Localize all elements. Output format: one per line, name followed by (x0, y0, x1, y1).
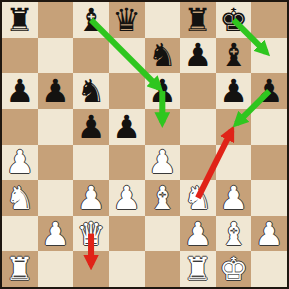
square-c4[interactable] (73, 145, 109, 181)
square-g4[interactable] (216, 145, 252, 181)
piece-white-bishop-g2[interactable]: ♝ (216, 216, 252, 252)
square-g7[interactable]: ♝ (216, 38, 252, 74)
square-d2[interactable] (109, 216, 145, 252)
square-a6[interactable]: ♟ (2, 73, 38, 109)
piece-white-pawn-d3[interactable]: ♟ (109, 180, 145, 216)
piece-white-bishop-e3[interactable]: ♝ (145, 180, 181, 216)
piece-black-bishop-g7[interactable]: ♝ (216, 38, 252, 74)
square-c6[interactable]: ♞ (73, 73, 109, 109)
piece-black-king-g8[interactable]: ♚ (216, 2, 252, 38)
square-f5[interactable] (180, 109, 216, 145)
piece-white-pawn-b2[interactable]: ♟ (38, 216, 74, 252)
piece-white-knight-a3[interactable]: ♞ (2, 180, 38, 216)
square-d5[interactable]: ♟ (109, 109, 145, 145)
square-e6[interactable]: ♟ (145, 73, 181, 109)
square-e3[interactable]: ♝ (145, 180, 181, 216)
piece-white-pawn-c3[interactable]: ♟ (73, 180, 109, 216)
piece-black-pawn-f7[interactable]: ♟ (180, 38, 216, 74)
square-f1[interactable]: ♜ (180, 251, 216, 287)
piece-black-pawn-e6[interactable]: ♟ (145, 73, 181, 109)
piece-white-pawn-g3[interactable]: ♟ (216, 180, 252, 216)
square-d3[interactable]: ♟ (109, 180, 145, 216)
piece-black-pawn-b6[interactable]: ♟ (38, 73, 74, 109)
square-f2[interactable]: ♟ (180, 216, 216, 252)
square-e7[interactable]: ♞ (145, 38, 181, 74)
square-b6[interactable]: ♟ (38, 73, 74, 109)
board-grid: ♜♝♛♜♚♞♟♝♟♟♞♟♟♟♟♟♟♟♞♟♟♝♞♟♟♛♟♝♟♜♜♚ (2, 2, 287, 287)
square-h7[interactable] (251, 38, 287, 74)
piece-black-pawn-h6[interactable]: ♟ (251, 73, 287, 109)
square-c2[interactable]: ♛ (73, 216, 109, 252)
square-a2[interactable] (2, 216, 38, 252)
piece-black-bishop-c8[interactable]: ♝ (73, 2, 109, 38)
square-b3[interactable] (38, 180, 74, 216)
square-g3[interactable]: ♟ (216, 180, 252, 216)
square-e1[interactable] (145, 251, 181, 287)
square-b4[interactable] (38, 145, 74, 181)
piece-white-pawn-f2[interactable]: ♟ (180, 216, 216, 252)
piece-white-rook-f1[interactable]: ♜ (180, 251, 216, 287)
square-g8[interactable]: ♚ (216, 2, 252, 38)
square-c8[interactable]: ♝ (73, 2, 109, 38)
square-h3[interactable] (251, 180, 287, 216)
square-e5[interactable] (145, 109, 181, 145)
square-d8[interactable]: ♛ (109, 2, 145, 38)
square-e8[interactable] (145, 2, 181, 38)
piece-white-knight-f3[interactable]: ♞ (180, 180, 216, 216)
square-e2[interactable] (145, 216, 181, 252)
square-a5[interactable] (2, 109, 38, 145)
square-b7[interactable] (38, 38, 74, 74)
piece-white-queen-c2[interactable]: ♛ (73, 216, 109, 252)
square-b1[interactable] (38, 251, 74, 287)
square-c1[interactable] (73, 251, 109, 287)
chess-board: ♜♝♛♜♚♞♟♝♟♟♞♟♟♟♟♟♟♟♞♟♟♝♞♟♟♛♟♝♟♜♜♚ (0, 0, 289, 289)
square-f8[interactable]: ♜ (180, 2, 216, 38)
square-a7[interactable] (2, 38, 38, 74)
square-a4[interactable]: ♟ (2, 145, 38, 181)
piece-black-rook-a8[interactable]: ♜ (2, 2, 38, 38)
square-c7[interactable] (73, 38, 109, 74)
square-h6[interactable]: ♟ (251, 73, 287, 109)
square-b2[interactable]: ♟ (38, 216, 74, 252)
square-a3[interactable]: ♞ (2, 180, 38, 216)
piece-black-knight-c6[interactable]: ♞ (73, 73, 109, 109)
square-a1[interactable]: ♜ (2, 251, 38, 287)
square-e4[interactable]: ♟ (145, 145, 181, 181)
square-g5[interactable] (216, 109, 252, 145)
square-d6[interactable] (109, 73, 145, 109)
square-b5[interactable] (38, 109, 74, 145)
square-g1[interactable]: ♚ (216, 251, 252, 287)
square-c3[interactable]: ♟ (73, 180, 109, 216)
square-h1[interactable] (251, 251, 287, 287)
square-d1[interactable] (109, 251, 145, 287)
square-f7[interactable]: ♟ (180, 38, 216, 74)
piece-white-pawn-e4[interactable]: ♟ (145, 145, 181, 181)
piece-white-pawn-a4[interactable]: ♟ (2, 145, 38, 181)
square-h4[interactable] (251, 145, 287, 181)
square-c5[interactable]: ♟ (73, 109, 109, 145)
piece-black-pawn-c5[interactable]: ♟ (73, 109, 109, 145)
square-d7[interactable] (109, 38, 145, 74)
square-g2[interactable]: ♝ (216, 216, 252, 252)
square-f3[interactable]: ♞ (180, 180, 216, 216)
square-h2[interactable]: ♟ (251, 216, 287, 252)
square-f4[interactable] (180, 145, 216, 181)
piece-black-pawn-d5[interactable]: ♟ (109, 109, 145, 145)
piece-black-knight-e7[interactable]: ♞ (145, 38, 181, 74)
square-b8[interactable] (38, 2, 74, 38)
square-h5[interactable] (251, 109, 287, 145)
piece-black-pawn-g6[interactable]: ♟ (216, 73, 252, 109)
piece-white-pawn-h2[interactable]: ♟ (251, 216, 287, 252)
square-d4[interactable] (109, 145, 145, 181)
piece-black-queen-d8[interactable]: ♛ (109, 2, 145, 38)
piece-black-rook-f8[interactable]: ♜ (180, 2, 216, 38)
square-h8[interactable] (251, 2, 287, 38)
piece-white-rook-a1[interactable]: ♜ (2, 251, 38, 287)
piece-white-king-g1[interactable]: ♚ (216, 251, 252, 287)
piece-black-pawn-a6[interactable]: ♟ (2, 73, 38, 109)
square-f6[interactable] (180, 73, 216, 109)
square-g6[interactable]: ♟ (216, 73, 252, 109)
square-a8[interactable]: ♜ (2, 2, 38, 38)
